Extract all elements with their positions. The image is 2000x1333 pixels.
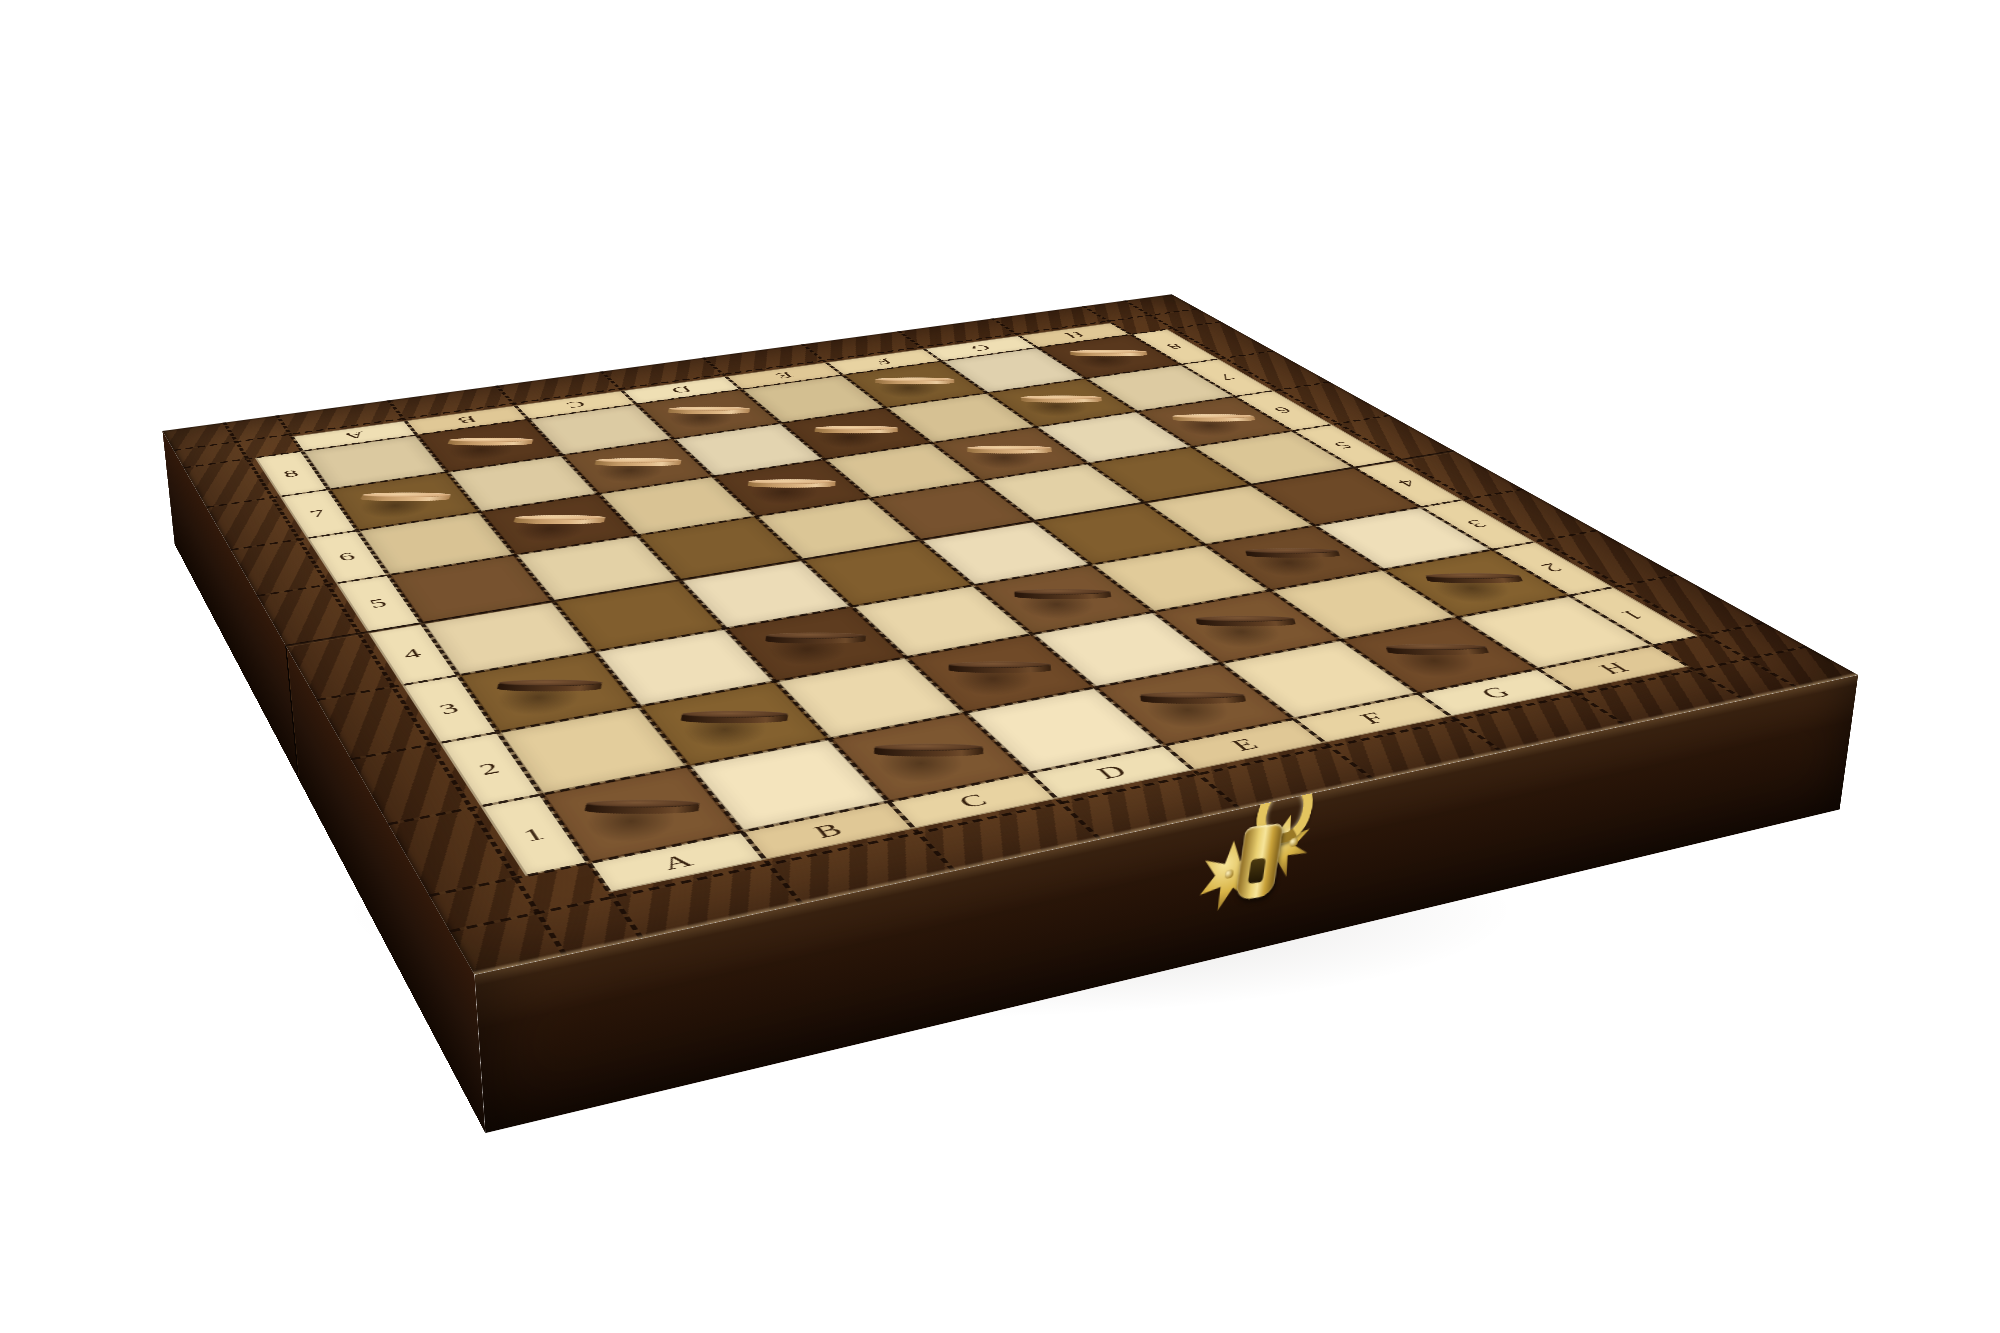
checker-top bbox=[748, 479, 836, 484]
latch-screw bbox=[1289, 837, 1298, 848]
right-rank-4-label: 4 bbox=[1392, 477, 1423, 490]
right-rank-5-label: 5 bbox=[1328, 440, 1357, 452]
checker-top bbox=[1069, 350, 1146, 354]
right-rank-7-label: 7 bbox=[1214, 372, 1240, 382]
checker-top bbox=[814, 426, 897, 430]
brass-latch[interactable] bbox=[1196, 786, 1313, 949]
left-rank-8-label: 8 bbox=[280, 467, 302, 479]
product-photo-scene: AABBCCDDEEFFGGHH1122334455667788 bbox=[0, 0, 2000, 1333]
checker-top bbox=[966, 446, 1051, 450]
light-checker bbox=[512, 515, 605, 524]
right-rank-6-label: 6 bbox=[1269, 405, 1297, 416]
checker-top bbox=[1171, 414, 1254, 418]
far-file-a-label: A bbox=[341, 430, 369, 442]
light-checker bbox=[966, 446, 1051, 454]
far-file-d-label: D bbox=[667, 384, 695, 395]
far-file-h-label: H bbox=[1060, 330, 1089, 340]
left-rank-7-label: 7 bbox=[307, 507, 330, 520]
far-file-g-label: G bbox=[966, 343, 995, 353]
light-checker bbox=[814, 426, 897, 434]
light-checker bbox=[747, 479, 835, 487]
far-file-b-label: B bbox=[454, 414, 481, 426]
checker-top bbox=[668, 407, 750, 411]
light-checker bbox=[667, 407, 750, 414]
checker-top bbox=[448, 438, 534, 442]
far-file-e-label: E bbox=[771, 370, 797, 381]
checker-top bbox=[361, 492, 452, 497]
box-halves-gap bbox=[285, 645, 299, 780]
far-file-c-label: C bbox=[562, 399, 589, 411]
light-checker bbox=[446, 438, 533, 446]
checker-top bbox=[514, 515, 606, 520]
light-checker bbox=[1069, 350, 1147, 356]
latch-hasp bbox=[1235, 823, 1284, 900]
right-rank-3-label: 3 bbox=[1461, 517, 1494, 531]
light-checker bbox=[1020, 395, 1102, 402]
checker-top bbox=[1020, 395, 1101, 399]
checker-top bbox=[875, 377, 954, 381]
light-checker bbox=[359, 492, 452, 501]
checker-top bbox=[595, 458, 682, 462]
light-checker bbox=[874, 377, 953, 384]
light-checker bbox=[594, 458, 682, 466]
right-rank-8-label: 8 bbox=[1162, 342, 1187, 352]
far-file-f-label: F bbox=[871, 357, 896, 367]
light-checker bbox=[1171, 414, 1255, 421]
